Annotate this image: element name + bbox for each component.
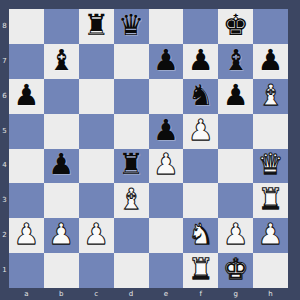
file-label-b: b xyxy=(44,288,79,300)
square-e1[interactable] xyxy=(149,253,184,288)
square-f8[interactable] xyxy=(183,9,218,44)
piece-white-pawn: ♟ xyxy=(188,116,214,145)
square-h7[interactable]: ♟ xyxy=(253,44,288,79)
square-c5[interactable] xyxy=(79,114,114,149)
square-d8[interactable]: ♛ xyxy=(114,9,149,44)
piece-black-pawn: ♟ xyxy=(13,81,39,110)
square-b4[interactable]: ♟ xyxy=(44,149,79,184)
piece-white-rook: ♜ xyxy=(188,255,214,284)
piece-white-rook: ♜ xyxy=(258,185,284,214)
piece-black-pawn: ♟ xyxy=(153,46,179,75)
piece-black-pawn: ♟ xyxy=(258,46,284,75)
square-h2[interactable]: ♟ xyxy=(253,218,288,253)
square-h4[interactable]: ♛ xyxy=(253,149,288,184)
piece-black-pawn: ♟ xyxy=(48,150,74,179)
square-c4[interactable] xyxy=(79,149,114,184)
piece-black-knight: ♞ xyxy=(188,81,214,110)
piece-black-rook: ♜ xyxy=(118,150,144,179)
square-d3[interactable]: ♝ xyxy=(114,183,149,218)
square-c3[interactable] xyxy=(79,183,114,218)
piece-black-king: ♚ xyxy=(223,11,249,40)
rank-label-2: 2 xyxy=(0,218,9,253)
square-f3[interactable] xyxy=(183,183,218,218)
square-d4[interactable]: ♜ xyxy=(114,149,149,184)
square-a5[interactable] xyxy=(9,114,44,149)
square-h5[interactable] xyxy=(253,114,288,149)
square-d6[interactable] xyxy=(114,79,149,114)
square-c7[interactable] xyxy=(79,44,114,79)
square-a2[interactable]: ♟ xyxy=(9,218,44,253)
square-e6[interactable] xyxy=(149,79,184,114)
piece-white-queen: ♛ xyxy=(258,150,284,179)
square-e2[interactable] xyxy=(149,218,184,253)
piece-black-rook: ♜ xyxy=(83,11,109,40)
square-c6[interactable] xyxy=(79,79,114,114)
square-h1[interactable] xyxy=(253,253,288,288)
square-g1[interactable]: ♚ xyxy=(218,253,253,288)
square-d2[interactable] xyxy=(114,218,149,253)
rank-label-4: 4 xyxy=(0,149,9,184)
square-c2[interactable]: ♟ xyxy=(79,218,114,253)
piece-white-king: ♚ xyxy=(223,255,249,284)
square-d7[interactable] xyxy=(114,44,149,79)
rank-label-8: 8 xyxy=(0,9,9,44)
piece-black-pawn: ♟ xyxy=(223,81,249,110)
piece-black-pawn: ♟ xyxy=(153,116,179,145)
piece-black-queen: ♛ xyxy=(118,11,144,40)
square-f6[interactable]: ♞ xyxy=(183,79,218,114)
piece-white-knight: ♞ xyxy=(188,220,214,249)
square-e4[interactable]: ♟ xyxy=(149,149,184,184)
piece-white-pawn: ♟ xyxy=(48,220,74,249)
piece-white-pawn: ♟ xyxy=(258,220,284,249)
square-b1[interactable] xyxy=(44,253,79,288)
square-b5[interactable] xyxy=(44,114,79,149)
square-g5[interactable] xyxy=(218,114,253,149)
square-a1[interactable] xyxy=(9,253,44,288)
rank-label-6: 6 xyxy=(0,79,9,114)
square-g8[interactable]: ♚ xyxy=(218,9,253,44)
square-e7[interactable]: ♟ xyxy=(149,44,184,79)
file-label-c: c xyxy=(79,288,114,300)
square-f4[interactable] xyxy=(183,149,218,184)
rank-label-5: 5 xyxy=(0,114,9,149)
piece-white-pawn: ♟ xyxy=(223,220,249,249)
piece-white-bishop: ♝ xyxy=(118,185,144,214)
file-label-d: d xyxy=(114,288,149,300)
square-a4[interactable] xyxy=(9,149,44,184)
square-d5[interactable] xyxy=(114,114,149,149)
square-e8[interactable] xyxy=(149,9,184,44)
square-h8[interactable] xyxy=(253,9,288,44)
file-label-e: e xyxy=(149,288,184,300)
piece-black-pawn: ♟ xyxy=(188,46,214,75)
file-label-f: f xyxy=(183,288,218,300)
square-f5[interactable]: ♟ xyxy=(183,114,218,149)
square-h3[interactable]: ♜ xyxy=(253,183,288,218)
square-g7[interactable]: ♝ xyxy=(218,44,253,79)
square-f7[interactable]: ♟ xyxy=(183,44,218,79)
square-f2[interactable]: ♞ xyxy=(183,218,218,253)
square-g3[interactable] xyxy=(218,183,253,218)
square-h6[interactable]: ♝ xyxy=(253,79,288,114)
file-label-h: h xyxy=(253,288,288,300)
square-g4[interactable] xyxy=(218,149,253,184)
square-b6[interactable] xyxy=(44,79,79,114)
rank-label-7: 7 xyxy=(0,44,9,79)
square-b8[interactable] xyxy=(44,9,79,44)
file-label-g: g xyxy=(218,288,253,300)
piece-white-bishop: ♝ xyxy=(258,81,284,110)
piece-white-pawn: ♟ xyxy=(13,220,39,249)
square-g6[interactable]: ♟ xyxy=(218,79,253,114)
square-b2[interactable]: ♟ xyxy=(44,218,79,253)
file-label-a: a xyxy=(9,288,44,300)
square-f1[interactable]: ♜ xyxy=(183,253,218,288)
square-a6[interactable]: ♟ xyxy=(9,79,44,114)
square-g2[interactable]: ♟ xyxy=(218,218,253,253)
piece-black-bishop: ♝ xyxy=(48,46,74,75)
rank-label-3: 3 xyxy=(0,183,9,218)
square-a3[interactable] xyxy=(9,183,44,218)
square-a8[interactable] xyxy=(9,9,44,44)
square-b7[interactable]: ♝ xyxy=(44,44,79,79)
square-e5[interactable]: ♟ xyxy=(149,114,184,149)
square-e3[interactable] xyxy=(149,183,184,218)
piece-white-pawn: ♟ xyxy=(83,220,109,249)
piece-black-bishop: ♝ xyxy=(223,46,249,75)
rank-label-1: 1 xyxy=(0,253,9,288)
board: ♜♛♚♝♟♟♝♟♟♞♟♝♟♟♟♜♟♛♝♜♟♟♟♞♟♟♜♚ xyxy=(9,9,288,288)
chess-board-frame: ♜♛♚♝♟♟♝♟♟♞♟♝♟♟♟♜♟♛♝♜♟♟♟♞♟♟♜♚ 87654321 ab… xyxy=(0,0,300,300)
square-c1[interactable] xyxy=(79,253,114,288)
square-a7[interactable] xyxy=(9,44,44,79)
square-b3[interactable] xyxy=(44,183,79,218)
square-d1[interactable] xyxy=(114,253,149,288)
square-c8[interactable]: ♜ xyxy=(79,9,114,44)
piece-white-pawn: ♟ xyxy=(153,150,179,179)
